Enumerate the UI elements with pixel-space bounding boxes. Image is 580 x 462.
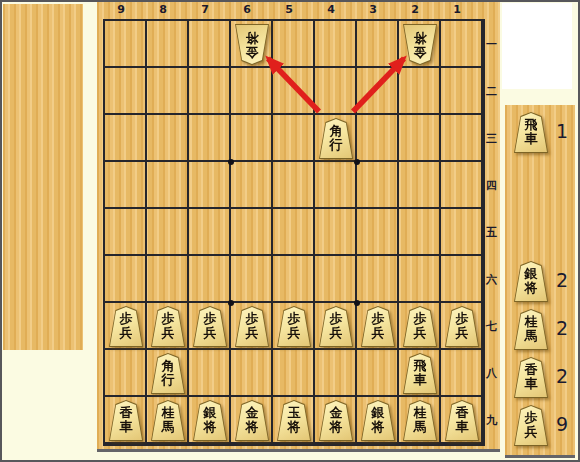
- file-label-9: 9: [101, 2, 141, 17]
- file-label-7: 7: [185, 2, 225, 17]
- sente-piece-銀将: 銀将: [514, 261, 548, 302]
- sente-piece-香車: 香車: [109, 400, 143, 441]
- sente-piece-金将: 金将: [235, 400, 269, 441]
- file-label-6: 6: [227, 2, 267, 17]
- sente-piece-歩兵: 歩兵: [445, 306, 479, 347]
- sente-piece-金将: 金将: [319, 400, 353, 441]
- gote-piece-金将: 金将: [235, 24, 269, 65]
- sente-piece-歩兵: 歩兵: [151, 306, 185, 347]
- hand-count-飛車: 1: [549, 120, 575, 142]
- sente-piece-香車: 香車: [514, 357, 548, 398]
- sente-piece-歩兵: 歩兵: [403, 306, 437, 347]
- rank-label-1: 一: [484, 21, 499, 68]
- rank-label-3: 三: [484, 115, 499, 162]
- file-label-2: 2: [395, 2, 435, 17]
- sente-piece-玉将: 玉将: [277, 400, 311, 441]
- rank-label-4: 四: [484, 162, 499, 209]
- shogi-board: 987654321 一二三四五六七八九 金将金将角行歩兵歩兵歩兵歩兵歩兵歩兵歩兵…: [97, 2, 500, 452]
- file-label-3: 3: [353, 2, 393, 17]
- sente-piece-歩兵: 歩兵: [361, 306, 395, 347]
- sente-piece-歩兵: 歩兵: [235, 306, 269, 347]
- sente-piece-stand: 飛車1銀将2桂馬2香車2歩兵9: [505, 105, 575, 458]
- file-label-4: 4: [311, 2, 351, 17]
- rank-label-9: 九: [484, 397, 499, 444]
- sente-piece-歩兵: 歩兵: [277, 306, 311, 347]
- sente-piece-桂馬: 桂馬: [514, 309, 548, 350]
- hand-count-銀将: 2: [549, 269, 575, 291]
- sente-piece-角行: 角行: [319, 118, 353, 159]
- sente-piece-飛車: 飛車: [403, 353, 437, 394]
- hand-count-香車: 2: [549, 365, 575, 387]
- file-label-1: 1: [437, 2, 477, 17]
- rank-label-5: 五: [484, 209, 499, 256]
- shogi-diagram-page: 987654321 一二三四五六七八九 金将金将角行歩兵歩兵歩兵歩兵歩兵歩兵歩兵…: [0, 0, 580, 462]
- top-right-white-panel: [502, 3, 572, 89]
- gote-piece-stand: [3, 4, 83, 350]
- rank-label-6: 六: [484, 256, 499, 303]
- hand-count-桂馬: 2: [549, 317, 575, 339]
- sente-piece-桂馬: 桂馬: [151, 400, 185, 441]
- rank-label-2: 二: [484, 68, 499, 115]
- sente-piece-銀将: 銀将: [193, 400, 227, 441]
- hand-count-歩兵: 9: [549, 413, 575, 435]
- sente-piece-銀将: 銀将: [361, 400, 395, 441]
- rank-label-7: 七: [484, 303, 499, 350]
- star-point: [228, 159, 234, 165]
- sente-piece-歩兵: 歩兵: [109, 306, 143, 347]
- sente-piece-桂馬: 桂馬: [403, 400, 437, 441]
- star-point: [228, 300, 234, 306]
- gote-piece-金将: 金将: [403, 24, 437, 65]
- sente-piece-歩兵: 歩兵: [319, 306, 353, 347]
- file-label-5: 5: [269, 2, 309, 17]
- sente-piece-歩兵: 歩兵: [514, 405, 548, 446]
- sente-piece-香車: 香車: [445, 400, 479, 441]
- rank-label-8: 八: [484, 350, 499, 397]
- star-point: [354, 300, 360, 306]
- sente-piece-飛車: 飛車: [514, 112, 548, 153]
- star-point: [354, 159, 360, 165]
- file-label-8: 8: [143, 2, 183, 17]
- sente-piece-角行: 角行: [151, 353, 185, 394]
- sente-piece-歩兵: 歩兵: [193, 306, 227, 347]
